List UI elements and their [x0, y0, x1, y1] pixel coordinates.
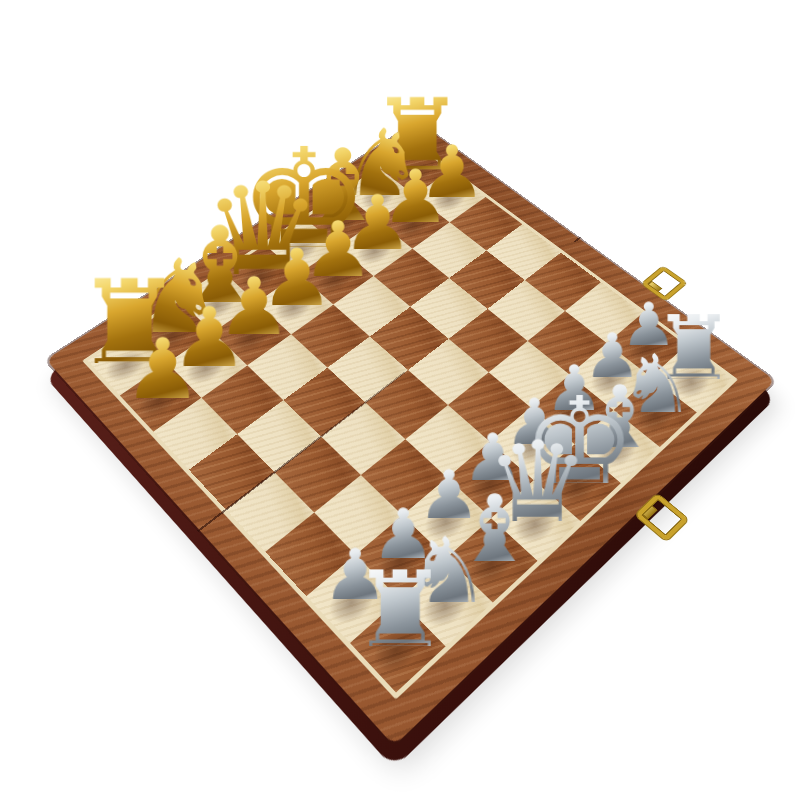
- square-a1[interactable]: ♜: [350, 599, 446, 692]
- product-photo-scene: ♜♞♝♛♚♝♞♜♟♟♟♟♟♟♟♟♟♟♟♟♟♟♟♟♜♞♝♛♚♝♞♜: [0, 0, 800, 800]
- pawn-glyph: ♟: [123, 331, 202, 412]
- chess-board: ♜♞♝♛♚♝♞♜♟♟♟♟♟♟♟♟♟♟♟♟♟♟♟♟♜♞♝♛♚♝♞♜: [46, 121, 775, 746]
- silver-rook[interactable]: ♜: [281, 546, 519, 647]
- gold-pawn[interactable]: ♟: [60, 317, 264, 398]
- board-frame: ♜♞♝♛♚♝♞♜♟♟♟♟♟♟♟♟♟♟♟♟♟♟♟♟♜♞♝♛♚♝♞♜: [46, 121, 775, 746]
